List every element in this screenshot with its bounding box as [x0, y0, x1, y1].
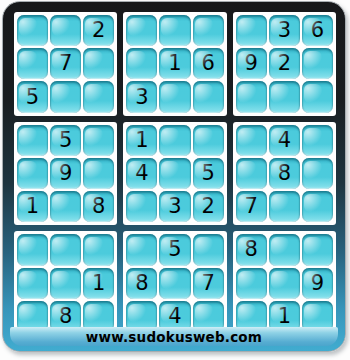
cell-r3c1[interactable]: 5: [17, 81, 48, 112]
sudoku-box-6: 487: [233, 122, 336, 226]
cell-r1c2[interactable]: [50, 15, 81, 46]
cell-r4c5[interactable]: [159, 125, 190, 156]
cell-r7c4[interactable]: [126, 234, 157, 265]
cell-r3c3[interactable]: [83, 81, 114, 112]
cell-r4c9[interactable]: [302, 125, 333, 156]
cell-r8c6[interactable]: 7: [193, 268, 224, 299]
cell-r7c3[interactable]: [83, 234, 114, 265]
cell-r5c7[interactable]: [236, 158, 267, 189]
cell-r8c5[interactable]: [159, 268, 190, 299]
cell-r6c2[interactable]: [50, 191, 81, 222]
cell-r1c4[interactable]: [126, 15, 157, 46]
cell-r3c6[interactable]: [193, 81, 224, 112]
cell-r4c1[interactable]: [17, 125, 48, 156]
cell-r2c7[interactable]: 9: [236, 48, 267, 79]
sudoku-box-5: 14532: [123, 122, 226, 226]
sudoku-box-2: 163: [123, 12, 226, 116]
sudoku-box-4: 5918: [14, 122, 117, 226]
footer-bar: www.sudokusweb.com: [10, 327, 338, 346]
cell-r3c2[interactable]: [50, 81, 81, 112]
sudoku-box-7: 18: [14, 231, 117, 335]
cell-r4c4[interactable]: 1: [126, 125, 157, 156]
cell-r2c3[interactable]: [83, 48, 114, 79]
cell-r7c1[interactable]: [17, 234, 48, 265]
cell-r2c6[interactable]: 6: [193, 48, 224, 79]
sudoku-grid: 275 163 3692 5918 14532 487 18 5874 891: [14, 12, 336, 335]
cell-r2c4[interactable]: [126, 48, 157, 79]
cell-r7c8[interactable]: [269, 234, 300, 265]
sudoku-panel: 275 163 3692 5918 14532 487 18 5874 891 …: [2, 1, 346, 352]
cell-r7c6[interactable]: [193, 234, 224, 265]
cell-r3c8[interactable]: [269, 81, 300, 112]
cell-r6c3[interactable]: 8: [83, 191, 114, 222]
cell-r8c4[interactable]: 8: [126, 268, 157, 299]
cell-r2c2[interactable]: 7: [50, 48, 81, 79]
cell-r2c1[interactable]: [17, 48, 48, 79]
cell-r5c2[interactable]: 9: [50, 158, 81, 189]
cell-r5c1[interactable]: [17, 158, 48, 189]
cell-r8c9[interactable]: 9: [302, 268, 333, 299]
sudoku-box-1: 275: [14, 12, 117, 116]
cell-r1c8[interactable]: 3: [269, 15, 300, 46]
cell-r2c8[interactable]: 2: [269, 48, 300, 79]
cell-r6c7[interactable]: 7: [236, 191, 267, 222]
cell-r1c9[interactable]: 6: [302, 15, 333, 46]
cell-r4c2[interactable]: 5: [50, 125, 81, 156]
cell-r5c4[interactable]: 4: [126, 158, 157, 189]
cell-r7c7[interactable]: 8: [236, 234, 267, 265]
cell-r1c7[interactable]: [236, 15, 267, 46]
cell-r5c3[interactable]: [83, 158, 114, 189]
cell-r1c1[interactable]: [17, 15, 48, 46]
cell-r5c5[interactable]: [159, 158, 190, 189]
cell-r1c6[interactable]: [193, 15, 224, 46]
cell-r6c9[interactable]: [302, 191, 333, 222]
cell-r4c6[interactable]: [193, 125, 224, 156]
cell-r7c5[interactable]: 5: [159, 234, 190, 265]
cell-r8c3[interactable]: 1: [83, 268, 114, 299]
cell-r6c5[interactable]: 3: [159, 191, 190, 222]
cell-r4c3[interactable]: [83, 125, 114, 156]
cell-r3c5[interactable]: [159, 81, 190, 112]
cell-r4c8[interactable]: 4: [269, 125, 300, 156]
cell-r3c9[interactable]: [302, 81, 333, 112]
cell-r7c2[interactable]: [50, 234, 81, 265]
cell-r8c2[interactable]: [50, 268, 81, 299]
website-link[interactable]: www.sudokusweb.com: [86, 329, 262, 345]
cell-r6c4[interactable]: [126, 191, 157, 222]
cell-r6c1[interactable]: 1: [17, 191, 48, 222]
cell-r8c8[interactable]: [269, 268, 300, 299]
cell-r3c7[interactable]: [236, 81, 267, 112]
cell-r8c1[interactable]: [17, 268, 48, 299]
cell-r1c5[interactable]: [159, 15, 190, 46]
cell-r7c9[interactable]: [302, 234, 333, 265]
sudoku-box-8: 5874: [123, 231, 226, 335]
cell-r4c7[interactable]: [236, 125, 267, 156]
cell-r3c4[interactable]: 3: [126, 81, 157, 112]
cell-r6c8[interactable]: [269, 191, 300, 222]
sudoku-box-9: 891: [233, 231, 336, 335]
cell-r5c6[interactable]: 5: [193, 158, 224, 189]
cell-r5c9[interactable]: [302, 158, 333, 189]
cell-r2c9[interactable]: [302, 48, 333, 79]
cell-r5c8[interactable]: 8: [269, 158, 300, 189]
cell-r1c3[interactable]: 2: [83, 15, 114, 46]
cell-r6c6[interactable]: 2: [193, 191, 224, 222]
cell-r2c5[interactable]: 1: [159, 48, 190, 79]
cell-r8c7[interactable]: [236, 268, 267, 299]
sudoku-box-3: 3692: [233, 12, 336, 116]
